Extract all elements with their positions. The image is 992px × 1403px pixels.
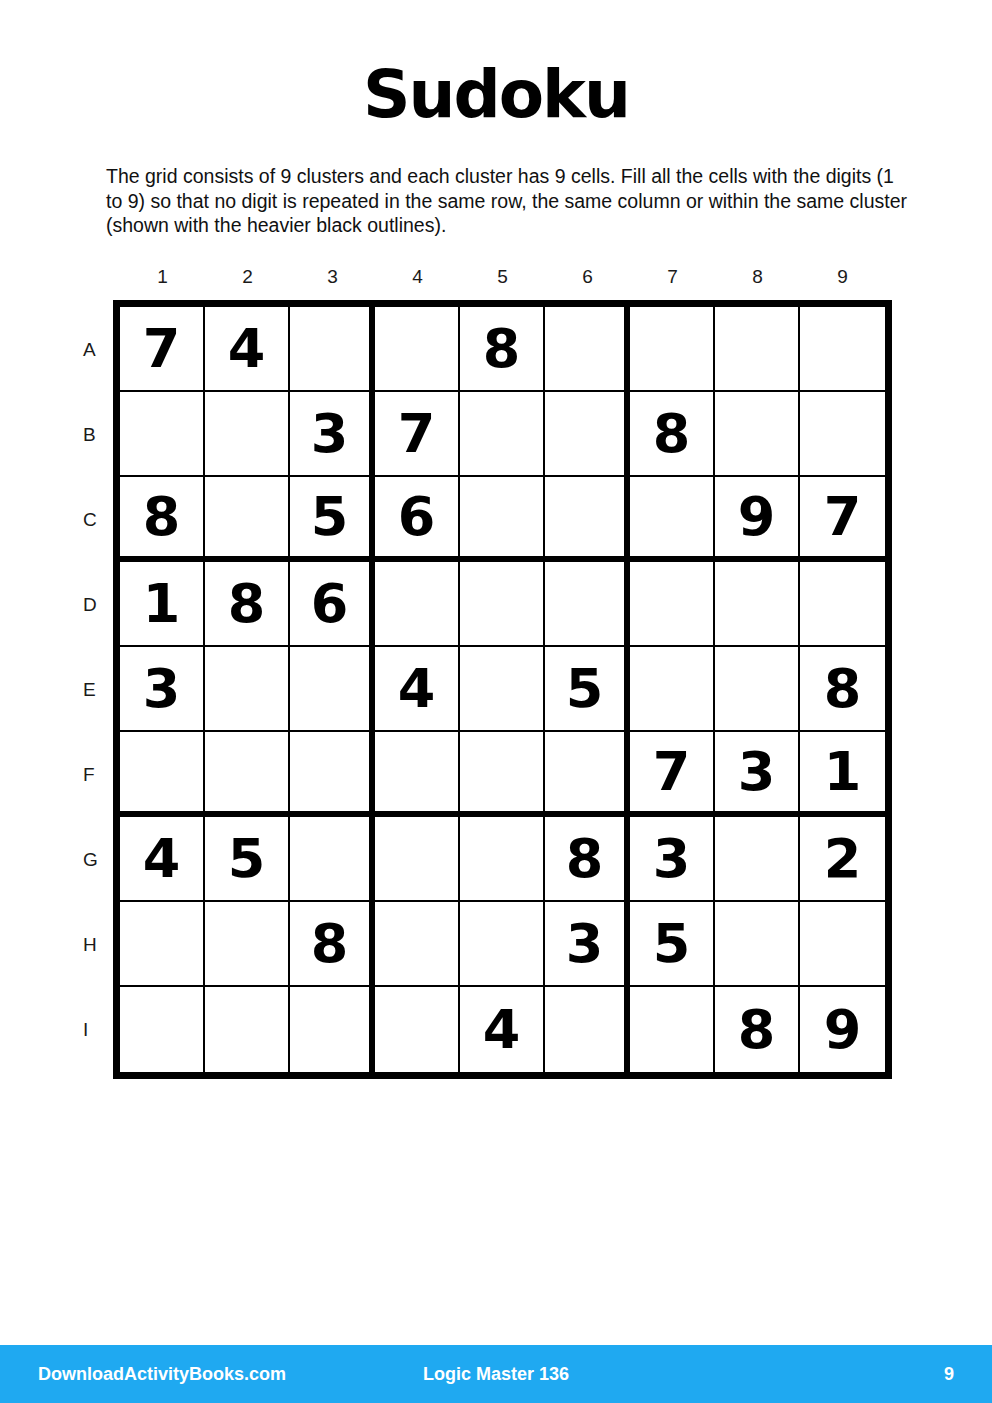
- cell-B1[interactable]: [120, 392, 205, 477]
- row-label-F: F: [76, 732, 113, 817]
- cell-A6[interactable]: [545, 307, 630, 392]
- cell-H1[interactable]: [120, 902, 205, 987]
- column-label-1: 1: [120, 266, 205, 300]
- cell-B7: 8: [630, 392, 715, 477]
- cell-D2: 8: [205, 562, 290, 647]
- cell-D5[interactable]: [460, 562, 545, 647]
- cell-I6[interactable]: [545, 987, 630, 1072]
- cell-G1: 4: [120, 817, 205, 902]
- cell-D9[interactable]: [800, 562, 885, 647]
- column-label-4: 4: [375, 266, 460, 300]
- cell-C8: 9: [715, 477, 800, 562]
- cell-E6: 5: [545, 647, 630, 732]
- cell-A5: 8: [460, 307, 545, 392]
- cell-B9[interactable]: [800, 392, 885, 477]
- cell-H3: 8: [290, 902, 375, 987]
- footer-bar: DownloadActivityBooks.com Logic Master 1…: [0, 1345, 992, 1403]
- cell-H4[interactable]: [375, 902, 460, 987]
- cell-C5[interactable]: [460, 477, 545, 562]
- cell-G5[interactable]: [460, 817, 545, 902]
- cell-I4[interactable]: [375, 987, 460, 1072]
- cell-D7[interactable]: [630, 562, 715, 647]
- cell-F8: 3: [715, 732, 800, 817]
- column-label-8: 8: [715, 266, 800, 300]
- cell-F6[interactable]: [545, 732, 630, 817]
- row-label-G: G: [76, 817, 113, 902]
- row-label-D: D: [76, 562, 113, 647]
- column-label-3: 3: [290, 266, 375, 300]
- column-label-2: 2: [205, 266, 290, 300]
- cell-G2: 5: [205, 817, 290, 902]
- cell-H9[interactable]: [800, 902, 885, 987]
- cell-H8[interactable]: [715, 902, 800, 987]
- cell-A8[interactable]: [715, 307, 800, 392]
- cell-H5[interactable]: [460, 902, 545, 987]
- cell-E4: 4: [375, 647, 460, 732]
- column-label-7: 7: [630, 266, 715, 300]
- cell-G6: 8: [545, 817, 630, 902]
- cell-B6[interactable]: [545, 392, 630, 477]
- cell-G4[interactable]: [375, 817, 460, 902]
- cell-H6: 3: [545, 902, 630, 987]
- cell-A7[interactable]: [630, 307, 715, 392]
- cell-E9: 8: [800, 647, 885, 732]
- cell-I8: 8: [715, 987, 800, 1072]
- cell-B8[interactable]: [715, 392, 800, 477]
- row-label-B: B: [76, 392, 113, 477]
- footer-site-name: DownloadActivityBooks.com: [38, 1364, 343, 1385]
- cell-A4[interactable]: [375, 307, 460, 392]
- cell-A2: 4: [205, 307, 290, 392]
- row-label-H: H: [76, 902, 113, 987]
- cell-D8[interactable]: [715, 562, 800, 647]
- cell-E5[interactable]: [460, 647, 545, 732]
- cell-I7[interactable]: [630, 987, 715, 1072]
- row-label-C: C: [76, 477, 113, 562]
- cell-A3[interactable]: [290, 307, 375, 392]
- sudoku-board: 123456789 ABCDEFGHI 74837885697186345873…: [76, 266, 892, 1079]
- cell-G8[interactable]: [715, 817, 800, 902]
- footer-page-number: 9: [649, 1364, 954, 1385]
- cell-C1: 8: [120, 477, 205, 562]
- instructions-text: The grid consists of 9 clusters and each…: [106, 164, 908, 238]
- cell-D4[interactable]: [375, 562, 460, 647]
- cell-G3[interactable]: [290, 817, 375, 902]
- cell-C2[interactable]: [205, 477, 290, 562]
- cell-B4: 7: [375, 392, 460, 477]
- cell-C6[interactable]: [545, 477, 630, 562]
- cell-D1: 1: [120, 562, 205, 647]
- row-labels: ABCDEFGHI: [76, 300, 113, 1079]
- row-label-I: I: [76, 987, 113, 1072]
- cell-B5[interactable]: [460, 392, 545, 477]
- cell-C4: 6: [375, 477, 460, 562]
- column-label-5: 5: [460, 266, 545, 300]
- cell-F7: 7: [630, 732, 715, 817]
- cell-E8[interactable]: [715, 647, 800, 732]
- cell-I1[interactable]: [120, 987, 205, 1072]
- cell-F3[interactable]: [290, 732, 375, 817]
- cell-F4[interactable]: [375, 732, 460, 817]
- page-title: Sudoku: [0, 56, 992, 133]
- cell-F9: 1: [800, 732, 885, 817]
- cell-D6[interactable]: [545, 562, 630, 647]
- sudoku-grid: 74837885697186345873145832835489: [113, 300, 892, 1079]
- cell-E3[interactable]: [290, 647, 375, 732]
- cell-H2[interactable]: [205, 902, 290, 987]
- cell-H7: 5: [630, 902, 715, 987]
- cell-F1[interactable]: [120, 732, 205, 817]
- cell-B3: 3: [290, 392, 375, 477]
- cell-F5[interactable]: [460, 732, 545, 817]
- cell-C9: 7: [800, 477, 885, 562]
- cell-I9: 9: [800, 987, 885, 1072]
- cell-C7[interactable]: [630, 477, 715, 562]
- cell-I2[interactable]: [205, 987, 290, 1072]
- row-label-E: E: [76, 647, 113, 732]
- cell-E7[interactable]: [630, 647, 715, 732]
- column-label-6: 6: [545, 266, 630, 300]
- cell-C3: 5: [290, 477, 375, 562]
- cell-D3: 6: [290, 562, 375, 647]
- cell-A1: 7: [120, 307, 205, 392]
- row-label-A: A: [76, 307, 113, 392]
- cell-B2[interactable]: [205, 392, 290, 477]
- cell-I5: 4: [460, 987, 545, 1072]
- cell-A9[interactable]: [800, 307, 885, 392]
- footer-series-name: Logic Master 136: [343, 1364, 648, 1385]
- cell-I3[interactable]: [290, 987, 375, 1072]
- column-label-9: 9: [800, 266, 885, 300]
- cell-G9: 2: [800, 817, 885, 902]
- cell-F2[interactable]: [205, 732, 290, 817]
- cell-E1: 3: [120, 647, 205, 732]
- cell-E2[interactable]: [205, 647, 290, 732]
- column-labels: 123456789: [120, 266, 892, 300]
- cell-G7: 3: [630, 817, 715, 902]
